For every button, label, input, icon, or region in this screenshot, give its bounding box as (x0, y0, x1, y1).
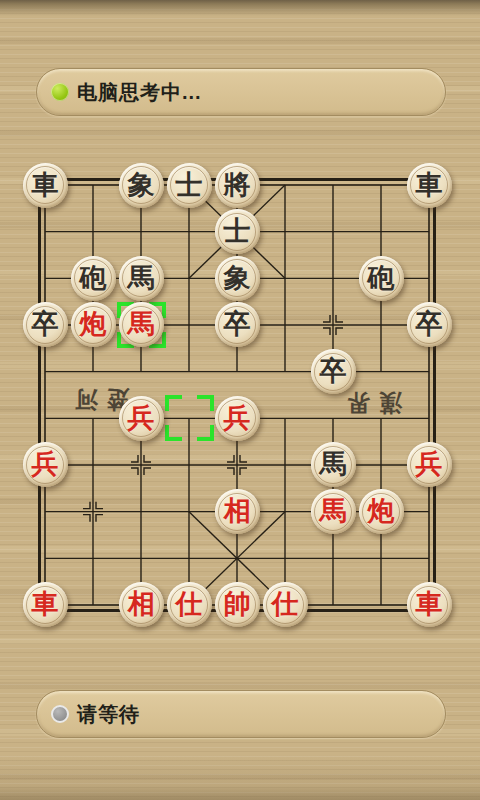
piece-character: 馬 (128, 311, 155, 338)
xiangqi-piece-red[interactable]: 兵 (215, 396, 260, 441)
piece-character: 兵 (416, 451, 443, 478)
xiangqi-piece-black[interactable]: 卒 (23, 302, 68, 347)
xiangqi-piece-red[interactable]: 相 (215, 489, 260, 534)
xiangqi-piece-red[interactable]: 兵 (23, 442, 68, 487)
piece-character: 卒 (224, 311, 251, 338)
xiangqi-piece-red[interactable]: 車 (23, 582, 68, 627)
piece-character: 仕 (176, 591, 203, 618)
piece-character: 象 (128, 172, 155, 199)
piece-character: 車 (32, 172, 59, 199)
piece-character: 卒 (320, 358, 347, 385)
xiangqi-piece-red[interactable]: 兵 (407, 442, 452, 487)
piece-character: 將 (224, 172, 251, 199)
xiangqi-piece-red[interactable]: 相 (119, 582, 164, 627)
piece-character: 象 (224, 265, 251, 292)
xiangqi-piece-black[interactable]: 象 (119, 163, 164, 208)
xiangqi-piece-black[interactable]: 馬 (311, 442, 356, 487)
xiangqi-piece-red[interactable]: 仕 (263, 582, 308, 627)
xiangqi-piece-red[interactable]: 馬 (119, 302, 164, 347)
xiangqi-piece-black[interactable]: 士 (215, 209, 260, 254)
xiangqi-piece-black[interactable]: 車 (407, 163, 452, 208)
piece-character: 車 (32, 591, 59, 618)
xiangqi-piece-black[interactable]: 砲 (359, 256, 404, 301)
xiangqi-board[interactable]: 車象士將車士砲馬象砲卒卒卒卒馬炮馬兵兵兵兵相馬炮車相仕帥仕車 (21, 162, 453, 629)
xiangqi-piece-black[interactable]: 卒 (407, 302, 452, 347)
xiangqi-piece-black[interactable]: 卒 (311, 349, 356, 394)
xiangqi-piece-black[interactable]: 馬 (119, 256, 164, 301)
piece-character: 車 (416, 172, 443, 199)
piece-character: 兵 (224, 405, 251, 432)
piece-character: 砲 (80, 265, 107, 292)
xiangqi-piece-black[interactable]: 車 (23, 163, 68, 208)
piece-character: 兵 (32, 451, 59, 478)
last-move-highlight (165, 395, 214, 441)
piece-character: 卒 (416, 311, 443, 338)
piece-character: 仕 (272, 591, 299, 618)
xiangqi-piece-black[interactable]: 象 (215, 256, 260, 301)
xiangqi-piece-red[interactable]: 馬 (311, 489, 356, 534)
xiangqi-piece-red[interactable]: 帥 (215, 582, 260, 627)
piece-character: 炮 (80, 311, 107, 338)
piece-character: 帥 (224, 591, 251, 618)
xiangqi-piece-red[interactable]: 炮 (71, 302, 116, 347)
piece-character: 馬 (128, 265, 155, 292)
piece-character: 砲 (368, 265, 395, 292)
xiangqi-piece-red[interactable]: 車 (407, 582, 452, 627)
xiangqi-piece-black[interactable]: 卒 (215, 302, 260, 347)
xiangqi-piece-red[interactable]: 兵 (119, 396, 164, 441)
piece-character: 相 (128, 591, 155, 618)
piece-character: 馬 (320, 451, 347, 478)
piece-character: 士 (224, 218, 251, 245)
piece-character: 士 (176, 172, 203, 199)
xiangqi-piece-black[interactable]: 砲 (71, 256, 116, 301)
xiangqi-piece-red[interactable]: 仕 (167, 582, 212, 627)
piece-character: 車 (416, 591, 443, 618)
xiangqi-piece-black[interactable]: 將 (215, 163, 260, 208)
xiangqi-piece-red[interactable]: 炮 (359, 489, 404, 534)
piece-character: 卒 (32, 311, 59, 338)
piece-character: 炮 (368, 498, 395, 525)
piece-character: 馬 (320, 498, 347, 525)
piece-character: 兵 (128, 405, 155, 432)
piece-character: 相 (224, 498, 251, 525)
xiangqi-piece-black[interactable]: 士 (167, 163, 212, 208)
